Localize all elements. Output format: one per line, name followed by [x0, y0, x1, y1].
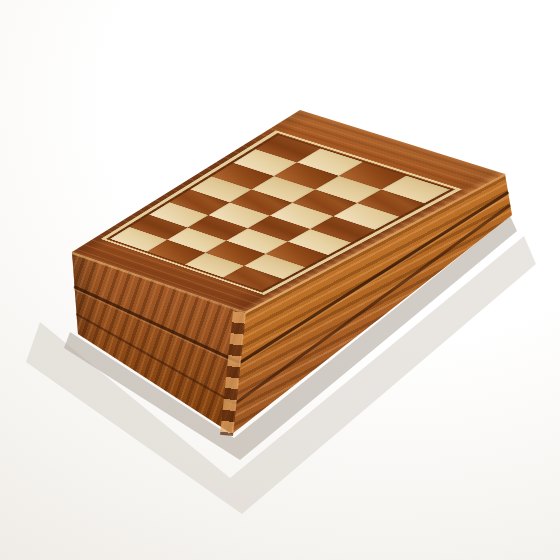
photo-background — [0, 0, 560, 560]
